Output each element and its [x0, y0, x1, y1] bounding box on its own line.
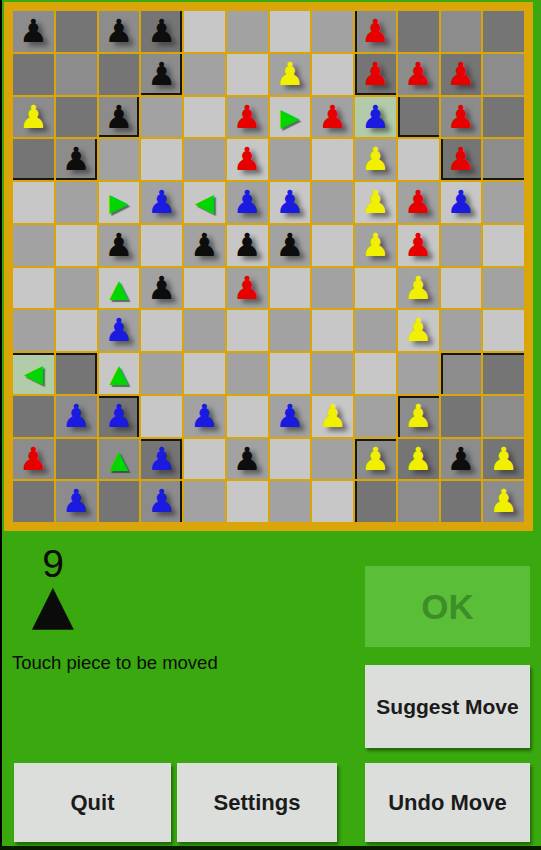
cell-r3c2[interactable]	[99, 139, 140, 180]
yellow-pawn[interactable]: ♟	[355, 225, 396, 266]
yellow-pawn[interactable]: ♟	[355, 439, 396, 480]
cell-r7c6[interactable]	[270, 310, 311, 351]
cell-r7c0[interactable]	[13, 310, 54, 351]
red-pawn[interactable]: ♟	[312, 97, 353, 138]
cell-r4c10[interactable]: ♟	[441, 182, 482, 223]
move-arrow-up-icon[interactable]: ▲	[99, 439, 140, 480]
yellow-pawn[interactable]: ♟	[312, 396, 353, 437]
cell-r6c6[interactable]	[270, 268, 311, 309]
black-pawn[interactable]: ♟	[227, 439, 268, 480]
cell-r2c8[interactable]: ♟	[355, 97, 396, 138]
yellow-pawn[interactable]: ♟	[355, 182, 396, 223]
cell-r2c2[interactable]: ♟	[99, 97, 140, 138]
cell-r9c7[interactable]: ♟	[312, 396, 353, 437]
cell-r7c5[interactable]	[227, 310, 268, 351]
settings-button[interactable]: Settings	[177, 763, 337, 842]
cell-r8c2[interactable]: ▲	[99, 353, 140, 394]
cell-r2c9[interactable]	[398, 97, 439, 138]
black-pawn[interactable]: ♟	[141, 268, 182, 309]
blue-pawn[interactable]: ♟	[441, 182, 482, 223]
cell-r8c11[interactable]	[483, 353, 524, 394]
red-pawn[interactable]: ♟	[355, 11, 396, 52]
cell-r3c4[interactable]	[184, 139, 225, 180]
cell-r10c4[interactable]	[184, 439, 225, 480]
red-pawn[interactable]: ♟	[441, 54, 482, 95]
cell-r1c9[interactable]: ♟	[398, 54, 439, 95]
cell-r11c1[interactable]: ♟	[56, 481, 97, 522]
board-grid: ♟♟♟♟♟♟♟♟♟♟♟♟▶♟♟♟♟♟♟♟▶♟◀♟♟♟♟♟♟♟♟♟♟♟▲♟♟♟♟♟…	[13, 11, 524, 522]
cell-r8c5[interactable]	[227, 353, 268, 394]
cell-r6c8[interactable]	[355, 268, 396, 309]
cell-r6c7[interactable]	[312, 268, 353, 309]
cell-r4c9[interactable]: ♟	[398, 182, 439, 223]
yellow-pawn[interactable]: ♟	[398, 268, 439, 309]
yellow-pawn[interactable]: ♟	[398, 310, 439, 351]
black-pawn[interactable]: ♟	[99, 97, 140, 138]
cell-r5c9[interactable]: ♟	[398, 225, 439, 266]
cell-r1c8[interactable]: ♟	[355, 54, 396, 95]
move-arrow-right-icon[interactable]: ▶	[270, 97, 311, 138]
red-pawn[interactable]: ♟	[398, 54, 439, 95]
black-pawn[interactable]: ♟	[99, 11, 140, 52]
cell-r2c10[interactable]: ♟	[441, 97, 482, 138]
yellow-pawn[interactable]: ♟	[483, 481, 524, 522]
cell-r8c10[interactable]	[441, 353, 482, 394]
yellow-pawn[interactable]: ♟	[270, 54, 311, 95]
move-arrow-up-icon[interactable]: ▲	[99, 268, 140, 309]
yellow-pawn[interactable]: ♟	[13, 97, 54, 138]
cell-r3c9[interactable]	[398, 139, 439, 180]
cell-r5c2[interactable]: ♟	[99, 225, 140, 266]
cell-r5c3[interactable]	[141, 225, 182, 266]
cell-r2c5[interactable]: ♟	[227, 97, 268, 138]
cell-r5c4[interactable]: ♟	[184, 225, 225, 266]
cell-r6c1[interactable]	[56, 268, 97, 309]
cell-r9c5[interactable]	[227, 396, 268, 437]
red-pawn[interactable]: ♟	[441, 97, 482, 138]
cell-r10c7[interactable]	[312, 439, 353, 480]
cell-r4c7[interactable]	[312, 182, 353, 223]
cell-r0c2[interactable]: ♟	[99, 11, 140, 52]
cell-r10c10[interactable]: ♟	[441, 439, 482, 480]
cell-r10c3[interactable]: ♟	[141, 439, 182, 480]
cell-r7c2[interactable]: ♟	[99, 310, 140, 351]
cell-r9c0[interactable]	[13, 396, 54, 437]
yellow-pawn[interactable]: ♟	[355, 139, 396, 180]
black-pawn[interactable]: ♟	[227, 225, 268, 266]
move-arrow-right-icon[interactable]: ▶	[99, 182, 140, 223]
cell-r1c0[interactable]	[13, 54, 54, 95]
cell-r7c1[interactable]	[56, 310, 97, 351]
black-pawn[interactable]: ♟	[270, 225, 311, 266]
blue-pawn[interactable]: ♟	[99, 310, 140, 351]
cell-r3c8[interactable]: ♟	[355, 139, 396, 180]
cell-r5c1[interactable]	[56, 225, 97, 266]
blue-pawn[interactable]: ♟	[270, 396, 311, 437]
cell-r0c10[interactable]	[441, 11, 482, 52]
cell-r4c0[interactable]	[13, 182, 54, 223]
move-arrow-left-icon[interactable]: ◀	[184, 182, 225, 223]
cell-r3c6[interactable]	[270, 139, 311, 180]
blue-pawn[interactable]: ♟	[99, 396, 140, 437]
cell-r8c1[interactable]	[56, 353, 97, 394]
yellow-pawn[interactable]: ♟	[398, 396, 439, 437]
black-pawn[interactable]: ♟	[99, 225, 140, 266]
black-pawn[interactable]: ♟	[141, 11, 182, 52]
blue-pawn[interactable]: ♟	[270, 182, 311, 223]
cell-r7c10[interactable]	[441, 310, 482, 351]
cell-r0c11[interactable]	[483, 11, 524, 52]
black-pawn[interactable]: ♟	[184, 225, 225, 266]
cell-r4c8[interactable]: ♟	[355, 182, 396, 223]
blue-pawn[interactable]: ♟	[184, 396, 225, 437]
cell-r1c10[interactable]: ♟	[441, 54, 482, 95]
move-arrow-left-icon[interactable]: ◀	[13, 353, 54, 394]
cell-r2c11[interactable]	[483, 97, 524, 138]
cell-r11c5[interactable]	[227, 481, 268, 522]
cell-r1c5[interactable]	[227, 54, 268, 95]
cell-r2c1[interactable]	[56, 97, 97, 138]
cell-r6c9[interactable]: ♟	[398, 268, 439, 309]
cell-r7c8[interactable]	[355, 310, 396, 351]
ok-button[interactable]: OK	[365, 566, 530, 647]
cell-r0c8[interactable]: ♟	[355, 11, 396, 52]
cell-r7c4[interactable]	[184, 310, 225, 351]
blue-pawn[interactable]: ♟	[56, 396, 97, 437]
blue-pawn[interactable]: ♟	[56, 481, 97, 522]
red-pawn[interactable]: ♟	[355, 54, 396, 95]
cell-r11c6[interactable]	[270, 481, 311, 522]
cell-r11c10[interactable]	[441, 481, 482, 522]
cell-r2c3[interactable]	[141, 97, 182, 138]
cell-r3c1[interactable]: ♟	[56, 139, 97, 180]
cell-r5c0[interactable]	[13, 225, 54, 266]
cell-r0c5[interactable]	[227, 11, 268, 52]
cell-r10c0[interactable]: ♟	[13, 439, 54, 480]
cell-r3c5[interactable]: ♟	[227, 139, 268, 180]
quit-button[interactable]: Quit	[14, 763, 171, 842]
cell-r2c7[interactable]: ♟	[312, 97, 353, 138]
cell-r9c11[interactable]	[483, 396, 524, 437]
blue-pawn[interactable]: ♟	[227, 182, 268, 223]
cell-r11c8[interactable]	[355, 481, 396, 522]
app-background: ♟♟♟♟♟♟♟♟♟♟♟♟▶♟♟♟♟♟♟♟▶♟◀♟♟♟♟♟♟♟♟♟♟♟▲♟♟♟♟♟…	[2, 0, 541, 846]
cell-r6c2[interactable]: ▲	[99, 268, 140, 309]
cell-r0c7[interactable]	[312, 11, 353, 52]
cell-r5c8[interactable]: ♟	[355, 225, 396, 266]
cell-r6c10[interactable]	[441, 268, 482, 309]
cell-r6c3[interactable]: ♟	[141, 268, 182, 309]
red-pawn[interactable]: ♟	[227, 268, 268, 309]
cell-r3c0[interactable]	[13, 139, 54, 180]
cell-r3c7[interactable]	[312, 139, 353, 180]
cell-r5c6[interactable]: ♟	[270, 225, 311, 266]
cell-r8c8[interactable]	[355, 353, 396, 394]
cell-r9c2[interactable]: ♟	[99, 396, 140, 437]
undo-move-button[interactable]: Undo Move	[365, 763, 530, 842]
cell-r1c11[interactable]	[483, 54, 524, 95]
cell-r3c3[interactable]	[141, 139, 182, 180]
cell-r5c5[interactable]: ♟	[227, 225, 268, 266]
cell-r2c6[interactable]: ▶	[270, 97, 311, 138]
cell-r10c9[interactable]: ♟	[398, 439, 439, 480]
cell-r0c1[interactable]	[56, 11, 97, 52]
cell-r9c10[interactable]	[441, 396, 482, 437]
red-pawn[interactable]: ♟	[398, 225, 439, 266]
cell-r7c11[interactable]	[483, 310, 524, 351]
cell-r0c9[interactable]	[398, 11, 439, 52]
red-pawn[interactable]: ♟	[227, 139, 268, 180]
cell-r9c6[interactable]: ♟	[270, 396, 311, 437]
cell-r6c11[interactable]	[483, 268, 524, 309]
cell-r10c11[interactable]: ♟	[483, 439, 524, 480]
red-pawn[interactable]: ♟	[441, 139, 482, 180]
cell-r6c4[interactable]	[184, 268, 225, 309]
cell-r10c5[interactable]: ♟	[227, 439, 268, 480]
cell-r4c2[interactable]: ▶	[99, 182, 140, 223]
cell-r9c8[interactable]	[355, 396, 396, 437]
cell-r5c7[interactable]	[312, 225, 353, 266]
cell-r11c3[interactable]: ♟	[141, 481, 182, 522]
red-pawn[interactable]: ♟	[227, 97, 268, 138]
cell-r0c4[interactable]	[184, 11, 225, 52]
cell-r4c1[interactable]	[56, 182, 97, 223]
game-board: ♟♟♟♟♟♟♟♟♟♟♟♟▶♟♟♟♟♟♟♟▶♟◀♟♟♟♟♟♟♟♟♟♟♟▲♟♟♟♟♟…	[4, 2, 533, 531]
cell-r10c1[interactable]	[56, 439, 97, 480]
cell-r3c11[interactable]	[483, 139, 524, 180]
cell-r1c4[interactable]	[184, 54, 225, 95]
cell-r4c3[interactable]: ♟	[141, 182, 182, 223]
cell-r9c3[interactable]	[141, 396, 182, 437]
cell-r7c3[interactable]	[141, 310, 182, 351]
cell-r9c9[interactable]: ♟	[398, 396, 439, 437]
cell-r4c5[interactable]: ♟	[227, 182, 268, 223]
screen-bottom-edge	[0, 846, 541, 850]
black-pawn[interactable]: ♟	[441, 439, 482, 480]
current-player-triangle-icon: ▲	[23, 577, 83, 632]
cell-r9c4[interactable]: ♟	[184, 396, 225, 437]
blue-pawn[interactable]: ♟	[141, 182, 182, 223]
cell-r11c7[interactable]	[312, 481, 353, 522]
cell-r8c3[interactable]	[141, 353, 182, 394]
cell-r8c9[interactable]	[398, 353, 439, 394]
instruction-text: Touch piece to be moved	[12, 652, 218, 674]
blue-pawn[interactable]: ♟	[355, 97, 396, 138]
cell-r3c10[interactable]: ♟	[441, 139, 482, 180]
cell-r9c1[interactable]: ♟	[56, 396, 97, 437]
black-pawn[interactable]: ♟	[13, 11, 54, 52]
cell-r4c4[interactable]: ◀	[184, 182, 225, 223]
cell-r11c2[interactable]	[99, 481, 140, 522]
yellow-pawn[interactable]: ♟	[398, 439, 439, 480]
cell-r0c6[interactable]	[270, 11, 311, 52]
cell-r11c11[interactable]: ♟	[483, 481, 524, 522]
cell-r10c2[interactable]: ▲	[99, 439, 140, 480]
cell-r8c0[interactable]: ◀	[13, 353, 54, 394]
blue-pawn[interactable]: ♟	[141, 481, 182, 522]
red-pawn[interactable]: ♟	[398, 182, 439, 223]
cell-r6c0[interactable]	[13, 268, 54, 309]
cell-r10c6[interactable]	[270, 439, 311, 480]
cell-r1c1[interactable]	[56, 54, 97, 95]
cell-r11c4[interactable]	[184, 481, 225, 522]
cell-r1c7[interactable]	[312, 54, 353, 95]
cell-r0c0[interactable]: ♟	[13, 11, 54, 52]
cell-r5c11[interactable]	[483, 225, 524, 266]
cell-r6c5[interactable]: ♟	[227, 268, 268, 309]
cell-r11c0[interactable]	[13, 481, 54, 522]
cell-r10c8[interactable]: ♟	[355, 439, 396, 480]
cell-r4c6[interactable]: ♟	[270, 182, 311, 223]
cell-r5c10[interactable]	[441, 225, 482, 266]
cell-r7c9[interactable]: ♟	[398, 310, 439, 351]
red-pawn[interactable]: ♟	[13, 439, 54, 480]
move-arrow-up-icon[interactable]: ▲	[99, 353, 140, 394]
cell-r7c7[interactable]	[312, 310, 353, 351]
cell-r1c3[interactable]: ♟	[141, 54, 182, 95]
cell-r0c3[interactable]: ♟	[141, 11, 182, 52]
cell-r8c4[interactable]	[184, 353, 225, 394]
cell-r2c4[interactable]	[184, 97, 225, 138]
cell-r11c9[interactable]	[398, 481, 439, 522]
black-pawn[interactable]: ♟	[56, 139, 97, 180]
cell-r8c7[interactable]	[312, 353, 353, 394]
suggest-move-button[interactable]: Suggest Move	[365, 665, 530, 748]
cell-r2c0[interactable]: ♟	[13, 97, 54, 138]
cell-r8c6[interactable]	[270, 353, 311, 394]
cell-r1c6[interactable]: ♟	[270, 54, 311, 95]
blue-pawn[interactable]: ♟	[141, 439, 182, 480]
yellow-pawn[interactable]: ♟	[483, 439, 524, 480]
cell-r1c2[interactable]	[99, 54, 140, 95]
black-pawn[interactable]: ♟	[141, 54, 182, 95]
cell-r4c11[interactable]	[483, 182, 524, 223]
